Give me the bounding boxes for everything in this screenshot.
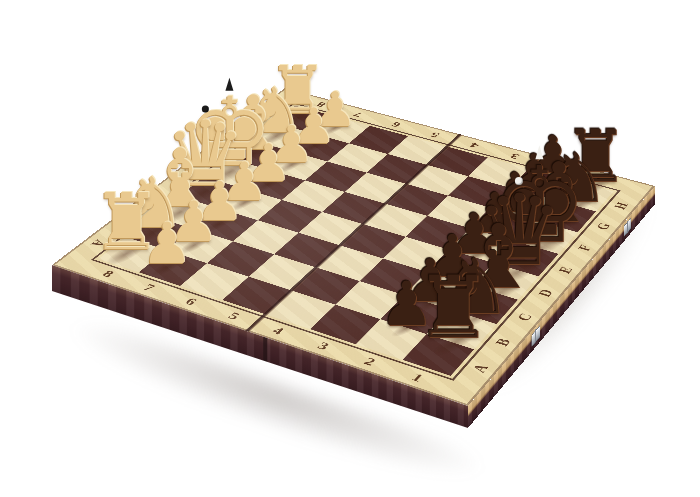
rank-label-far: 5: [421, 129, 448, 142]
rank-label-near: 4: [262, 322, 294, 340]
rank-label-far: 4: [461, 139, 488, 152]
piece-dark-rook-a1[interactable]: ♜: [415, 265, 492, 351]
queen-ball-finial: [201, 105, 209, 113]
king-spike-finial: [226, 78, 234, 91]
fold-seam-side: [263, 336, 267, 361]
file-label-near: H: [607, 198, 635, 213]
file-label-near: A: [464, 359, 497, 378]
rank-label-near: 8: [93, 266, 124, 282]
piece-light-pawn-a7[interactable]: ♟: [141, 216, 192, 273]
rank-label-near: 3: [307, 337, 340, 356]
light-pawn-glyph: ♟: [141, 216, 192, 273]
file-label-near: C: [509, 308, 540, 326]
chess-set-photo: 88AA77BB66CC55DD44EE33FF22GG11HH ♜♞♝♛♚♝♞…: [0, 0, 700, 497]
rank-label-far: 6: [383, 118, 409, 130]
rank-label-near: 7: [133, 279, 165, 296]
rank-label-near: 5: [218, 307, 250, 325]
rank-label-near: 1: [401, 368, 434, 388]
king-spike-finial: [535, 145, 543, 159]
rank-label-near: 6: [175, 293, 207, 310]
dark-rook-glyph: ♜: [415, 265, 492, 351]
rank-label-near: 2: [353, 352, 386, 371]
